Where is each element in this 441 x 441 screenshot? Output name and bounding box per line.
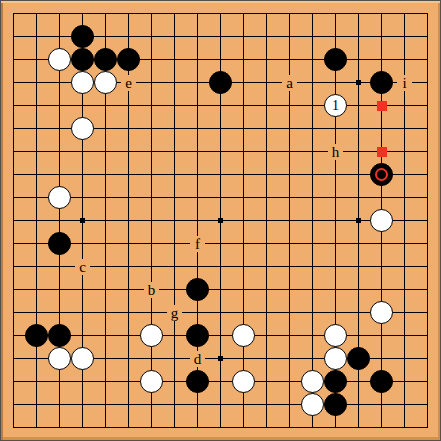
intersection-7-14[interactable] [140,301,163,324]
intersection-5-10[interactable] [94,209,117,232]
intersection-10-1[interactable] [209,2,232,25]
intersection-5-17[interactable] [94,370,117,393]
intersection-12-18[interactable] [255,393,278,416]
intersection-15-1[interactable] [324,2,347,25]
intersection-15-19[interactable] [324,416,347,439]
intersection-11-7[interactable] [232,140,255,163]
intersection-6-5[interactable] [117,94,140,117]
intersection-15-6[interactable] [324,117,347,140]
intersection-11-5[interactable] [232,94,255,117]
intersection-17-3[interactable] [370,48,393,71]
intersection-16-5[interactable] [347,94,370,117]
intersection-16-15[interactable] [347,324,370,347]
intersection-7-6[interactable] [140,117,163,140]
intersection-17-9[interactable] [370,186,393,209]
intersection-11-2[interactable] [232,25,255,48]
intersection-12-10[interactable] [255,209,278,232]
intersection-7-5[interactable] [140,94,163,117]
intersection-10-12[interactable] [209,255,232,278]
intersection-1-5[interactable] [2,94,25,117]
intersection-12-1[interactable] [255,2,278,25]
intersection-14-6[interactable] [301,117,324,140]
intersection-1-11[interactable] [2,232,25,255]
intersection-7-9[interactable] [140,186,163,209]
intersection-1-3[interactable] [2,48,25,71]
intersection-1-17[interactable] [2,370,25,393]
intersection-19-15[interactable] [416,324,439,347]
intersection-4-11[interactable] [71,232,94,255]
intersection-9-8[interactable] [186,163,209,186]
intersection-5-9[interactable] [94,186,117,209]
intersection-17-11[interactable] [370,232,393,255]
intersection-11-14[interactable] [232,301,255,324]
intersection-6-16[interactable] [117,347,140,370]
intersection-11-8[interactable] [232,163,255,186]
intersection-13-6[interactable] [278,117,301,140]
intersection-2-12[interactable] [25,255,48,278]
intersection-2-18[interactable] [25,393,48,416]
intersection-16-14[interactable] [347,301,370,324]
intersection-8-1[interactable] [163,2,186,25]
intersection-2-5[interactable] [25,94,48,117]
intersection-12-9[interactable] [255,186,278,209]
intersection-19-6[interactable] [416,117,439,140]
intersection-19-4[interactable] [416,71,439,94]
intersection-8-17[interactable] [163,370,186,393]
intersection-18-13[interactable] [393,278,416,301]
intersection-14-3[interactable] [301,48,324,71]
intersection-11-10[interactable] [232,209,255,232]
intersection-18-10[interactable] [393,209,416,232]
intersection-3-6[interactable] [48,117,71,140]
intersection-3-19[interactable] [48,416,71,439]
intersection-19-19[interactable] [416,416,439,439]
intersection-16-8[interactable] [347,163,370,186]
intersection-7-10[interactable] [140,209,163,232]
intersection-8-16[interactable] [163,347,186,370]
intersection-2-13[interactable] [25,278,48,301]
intersection-10-14[interactable] [209,301,232,324]
intersection-1-15[interactable] [2,324,25,347]
intersection-2-7[interactable] [25,140,48,163]
intersection-17-16[interactable] [370,347,393,370]
intersection-17-15[interactable] [370,324,393,347]
intersection-10-10[interactable] [209,209,232,232]
intersection-1-16[interactable] [2,347,25,370]
intersection-6-12[interactable] [117,255,140,278]
intersection-13-11[interactable] [278,232,301,255]
intersection-7-3[interactable] [140,48,163,71]
intersection-12-4[interactable] [255,71,278,94]
intersection-12-2[interactable] [255,25,278,48]
intersection-10-7[interactable] [209,140,232,163]
intersection-13-10[interactable] [278,209,301,232]
intersection-7-2[interactable] [140,25,163,48]
intersection-17-13[interactable] [370,278,393,301]
intersection-5-13[interactable] [94,278,117,301]
intersection-3-10[interactable] [48,209,71,232]
intersection-11-1[interactable] [232,2,255,25]
intersection-13-7[interactable] [278,140,301,163]
intersection-5-8[interactable] [94,163,117,186]
intersection-15-10[interactable] [324,209,347,232]
intersection-2-4[interactable] [25,71,48,94]
intersection-5-6[interactable] [94,117,117,140]
intersection-13-5[interactable] [278,94,301,117]
intersection-6-17[interactable] [117,370,140,393]
intersection-12-6[interactable] [255,117,278,140]
intersection-12-17[interactable] [255,370,278,393]
intersection-14-2[interactable] [301,25,324,48]
intersection-9-10[interactable] [186,209,209,232]
intersection-1-19[interactable] [2,416,25,439]
intersection-8-7[interactable] [163,140,186,163]
intersection-10-16[interactable] [209,347,232,370]
intersection-10-2[interactable] [209,25,232,48]
intersection-11-11[interactable] [232,232,255,255]
intersection-19-12[interactable] [416,255,439,278]
intersection-5-14[interactable] [94,301,117,324]
intersection-8-10[interactable] [163,209,186,232]
intersection-15-13[interactable] [324,278,347,301]
intersection-13-8[interactable] [278,163,301,186]
intersection-16-17[interactable] [347,370,370,393]
intersection-9-2[interactable] [186,25,209,48]
intersection-19-3[interactable] [416,48,439,71]
intersection-5-16[interactable] [94,347,117,370]
intersection-12-14[interactable] [255,301,278,324]
intersection-9-12[interactable] [186,255,209,278]
intersection-5-1[interactable] [94,2,117,25]
intersection-10-13[interactable] [209,278,232,301]
intersection-19-14[interactable] [416,301,439,324]
intersection-7-18[interactable] [140,393,163,416]
intersection-14-14[interactable] [301,301,324,324]
intersection-16-7[interactable] [347,140,370,163]
intersection-9-1[interactable] [186,2,209,25]
intersection-11-9[interactable] [232,186,255,209]
intersection-18-1[interactable] [393,2,416,25]
intersection-11-3[interactable] [232,48,255,71]
intersection-9-9[interactable] [186,186,209,209]
intersection-12-13[interactable] [255,278,278,301]
intersection-19-2[interactable] [416,25,439,48]
intersection-18-7[interactable] [393,140,416,163]
intersection-13-15[interactable] [278,324,301,347]
intersection-6-1[interactable] [117,2,140,25]
intersection-3-12[interactable] [48,255,71,278]
intersection-1-13[interactable] [2,278,25,301]
intersection-8-12[interactable] [163,255,186,278]
intersection-2-16[interactable] [25,347,48,370]
intersection-8-8[interactable] [163,163,186,186]
intersection-4-5[interactable] [71,94,94,117]
intersection-6-11[interactable] [117,232,140,255]
intersection-10-6[interactable] [209,117,232,140]
intersection-16-1[interactable] [347,2,370,25]
intersection-16-18[interactable] [347,393,370,416]
intersection-19-13[interactable] [416,278,439,301]
intersection-15-2[interactable] [324,25,347,48]
intersection-18-15[interactable] [393,324,416,347]
intersection-11-19[interactable] [232,416,255,439]
intersection-19-8[interactable] [416,163,439,186]
intersection-8-15[interactable] [163,324,186,347]
intersection-5-12[interactable] [94,255,117,278]
intersection-6-9[interactable] [117,186,140,209]
intersection-3-13[interactable] [48,278,71,301]
intersection-2-8[interactable] [25,163,48,186]
intersection-10-9[interactable] [209,186,232,209]
intersection-8-18[interactable] [163,393,186,416]
intersection-7-8[interactable] [140,163,163,186]
intersection-14-15[interactable] [301,324,324,347]
intersection-11-4[interactable] [232,71,255,94]
intersection-5-18[interactable] [94,393,117,416]
intersection-19-10[interactable] [416,209,439,232]
intersection-13-18[interactable] [278,393,301,416]
intersection-1-1[interactable] [2,2,25,25]
intersection-16-9[interactable] [347,186,370,209]
intersection-1-6[interactable] [2,117,25,140]
intersection-12-3[interactable] [255,48,278,71]
intersection-11-12[interactable] [232,255,255,278]
intersection-4-1[interactable] [71,2,94,25]
intersection-5-11[interactable] [94,232,117,255]
intersection-9-3[interactable] [186,48,209,71]
intersection-1-18[interactable] [2,393,25,416]
intersection-9-4[interactable] [186,71,209,94]
intersection-12-5[interactable] [255,94,278,117]
intersection-15-8[interactable] [324,163,347,186]
intersection-1-7[interactable] [2,140,25,163]
intersection-2-9[interactable] [25,186,48,209]
intersection-4-13[interactable] [71,278,94,301]
intersection-16-11[interactable] [347,232,370,255]
intersection-14-9[interactable] [301,186,324,209]
intersection-4-8[interactable] [71,163,94,186]
intersection-11-13[interactable] [232,278,255,301]
intersection-1-4[interactable] [2,71,25,94]
intersection-14-11[interactable] [301,232,324,255]
intersection-19-1[interactable] [416,2,439,25]
intersection-14-4[interactable] [301,71,324,94]
intersection-1-14[interactable] [2,301,25,324]
intersection-18-8[interactable] [393,163,416,186]
intersection-12-7[interactable] [255,140,278,163]
intersection-6-14[interactable] [117,301,140,324]
intersection-2-17[interactable] [25,370,48,393]
intersection-18-14[interactable] [393,301,416,324]
intersection-13-9[interactable] [278,186,301,209]
intersection-2-6[interactable] [25,117,48,140]
intersection-12-12[interactable] [255,255,278,278]
intersection-17-12[interactable] [370,255,393,278]
intersection-4-17[interactable] [71,370,94,393]
intersection-16-3[interactable] [347,48,370,71]
intersection-18-16[interactable] [393,347,416,370]
intersection-4-15[interactable] [71,324,94,347]
intersection-7-4[interactable] [140,71,163,94]
intersection-18-17[interactable] [393,370,416,393]
intersection-18-12[interactable] [393,255,416,278]
intersection-2-3[interactable] [25,48,48,71]
intersection-13-17[interactable] [278,370,301,393]
intersection-9-18[interactable] [186,393,209,416]
intersection-17-2[interactable] [370,25,393,48]
intersection-14-12[interactable] [301,255,324,278]
intersection-7-19[interactable] [140,416,163,439]
intersection-16-19[interactable] [347,416,370,439]
intersection-8-5[interactable] [163,94,186,117]
intersection-13-16[interactable] [278,347,301,370]
intersection-14-13[interactable] [301,278,324,301]
intersection-18-5[interactable] [393,94,416,117]
intersection-15-11[interactable] [324,232,347,255]
intersection-11-18[interactable] [232,393,255,416]
intersection-3-4[interactable] [48,71,71,94]
intersection-4-19[interactable] [71,416,94,439]
intersection-12-11[interactable] [255,232,278,255]
intersection-18-3[interactable] [393,48,416,71]
intersection-17-18[interactable] [370,393,393,416]
intersection-18-19[interactable] [393,416,416,439]
intersection-8-19[interactable] [163,416,186,439]
intersection-13-13[interactable] [278,278,301,301]
intersection-3-18[interactable] [48,393,71,416]
intersection-18-9[interactable] [393,186,416,209]
intersection-5-7[interactable] [94,140,117,163]
intersection-18-18[interactable] [393,393,416,416]
intersection-17-1[interactable] [370,2,393,25]
intersection-8-6[interactable] [163,117,186,140]
intersection-13-3[interactable] [278,48,301,71]
intersection-5-5[interactable] [94,94,117,117]
intersection-11-6[interactable] [232,117,255,140]
intersection-2-2[interactable] [25,25,48,48]
intersection-15-12[interactable] [324,255,347,278]
intersection-11-16[interactable] [232,347,255,370]
intersection-15-9[interactable] [324,186,347,209]
intersection-3-17[interactable] [48,370,71,393]
intersection-14-1[interactable] [301,2,324,25]
intersection-9-6[interactable] [186,117,209,140]
intersection-12-19[interactable] [255,416,278,439]
intersection-3-14[interactable] [48,301,71,324]
intersection-3-2[interactable] [48,25,71,48]
intersection-8-9[interactable] [163,186,186,209]
intersection-3-8[interactable] [48,163,71,186]
intersection-15-4[interactable] [324,71,347,94]
intersection-16-2[interactable] [347,25,370,48]
intersection-19-18[interactable] [416,393,439,416]
intersection-14-8[interactable] [301,163,324,186]
intersection-8-4[interactable] [163,71,186,94]
intersection-9-5[interactable] [186,94,209,117]
intersection-3-1[interactable] [48,2,71,25]
intersection-8-11[interactable] [163,232,186,255]
intersection-1-10[interactable] [2,209,25,232]
intersection-6-18[interactable] [117,393,140,416]
intersection-16-4[interactable] [347,71,370,94]
intersection-17-6[interactable] [370,117,393,140]
intersection-6-6[interactable] [117,117,140,140]
intersection-13-19[interactable] [278,416,301,439]
intersection-7-16[interactable] [140,347,163,370]
intersection-16-6[interactable] [347,117,370,140]
intersection-2-10[interactable] [25,209,48,232]
intersection-7-11[interactable] [140,232,163,255]
intersection-10-18[interactable] [209,393,232,416]
intersection-12-16[interactable] [255,347,278,370]
intersection-5-19[interactable] [94,416,117,439]
intersection-18-6[interactable] [393,117,416,140]
intersection-19-17[interactable] [416,370,439,393]
intersection-18-2[interactable] [393,25,416,48]
intersection-4-7[interactable] [71,140,94,163]
intersection-14-19[interactable] [301,416,324,439]
intersection-2-1[interactable] [25,2,48,25]
intersection-15-14[interactable] [324,301,347,324]
intersection-6-10[interactable] [117,209,140,232]
intersection-14-10[interactable] [301,209,324,232]
intersection-5-15[interactable] [94,324,117,347]
intersection-10-5[interactable] [209,94,232,117]
intersection-10-15[interactable] [209,324,232,347]
intersection-2-14[interactable] [25,301,48,324]
intersection-9-7[interactable] [186,140,209,163]
intersection-12-8[interactable] [255,163,278,186]
intersection-8-13[interactable] [163,278,186,301]
intersection-2-19[interactable] [25,416,48,439]
intersection-16-13[interactable] [347,278,370,301]
intersection-16-12[interactable] [347,255,370,278]
intersection-13-1[interactable] [278,2,301,25]
intersection-10-3[interactable] [209,48,232,71]
intersection-13-14[interactable] [278,301,301,324]
intersection-8-2[interactable] [163,25,186,48]
intersection-5-2[interactable] [94,25,117,48]
intersection-19-7[interactable] [416,140,439,163]
intersection-6-19[interactable] [117,416,140,439]
intersection-10-17[interactable] [209,370,232,393]
intersection-4-9[interactable] [71,186,94,209]
intersection-1-2[interactable] [2,25,25,48]
intersection-6-8[interactable] [117,163,140,186]
intersection-10-8[interactable] [209,163,232,186]
intersection-3-5[interactable] [48,94,71,117]
intersection-9-14[interactable] [186,301,209,324]
intersection-18-11[interactable] [393,232,416,255]
intersection-9-19[interactable] [186,416,209,439]
intersection-13-2[interactable] [278,25,301,48]
intersection-7-1[interactable] [140,2,163,25]
intersection-2-11[interactable] [25,232,48,255]
intersection-19-11[interactable] [416,232,439,255]
intersection-4-18[interactable] [71,393,94,416]
intersection-4-14[interactable] [71,301,94,324]
intersection-14-7[interactable] [301,140,324,163]
intersection-6-15[interactable] [117,324,140,347]
intersection-19-9[interactable] [416,186,439,209]
intersection-6-13[interactable] [117,278,140,301]
intersection-3-7[interactable] [48,140,71,163]
intersection-1-9[interactable] [2,186,25,209]
intersection-13-12[interactable] [278,255,301,278]
intersection-10-19[interactable] [209,416,232,439]
intersection-17-19[interactable] [370,416,393,439]
intersection-19-5[interactable] [416,94,439,117]
